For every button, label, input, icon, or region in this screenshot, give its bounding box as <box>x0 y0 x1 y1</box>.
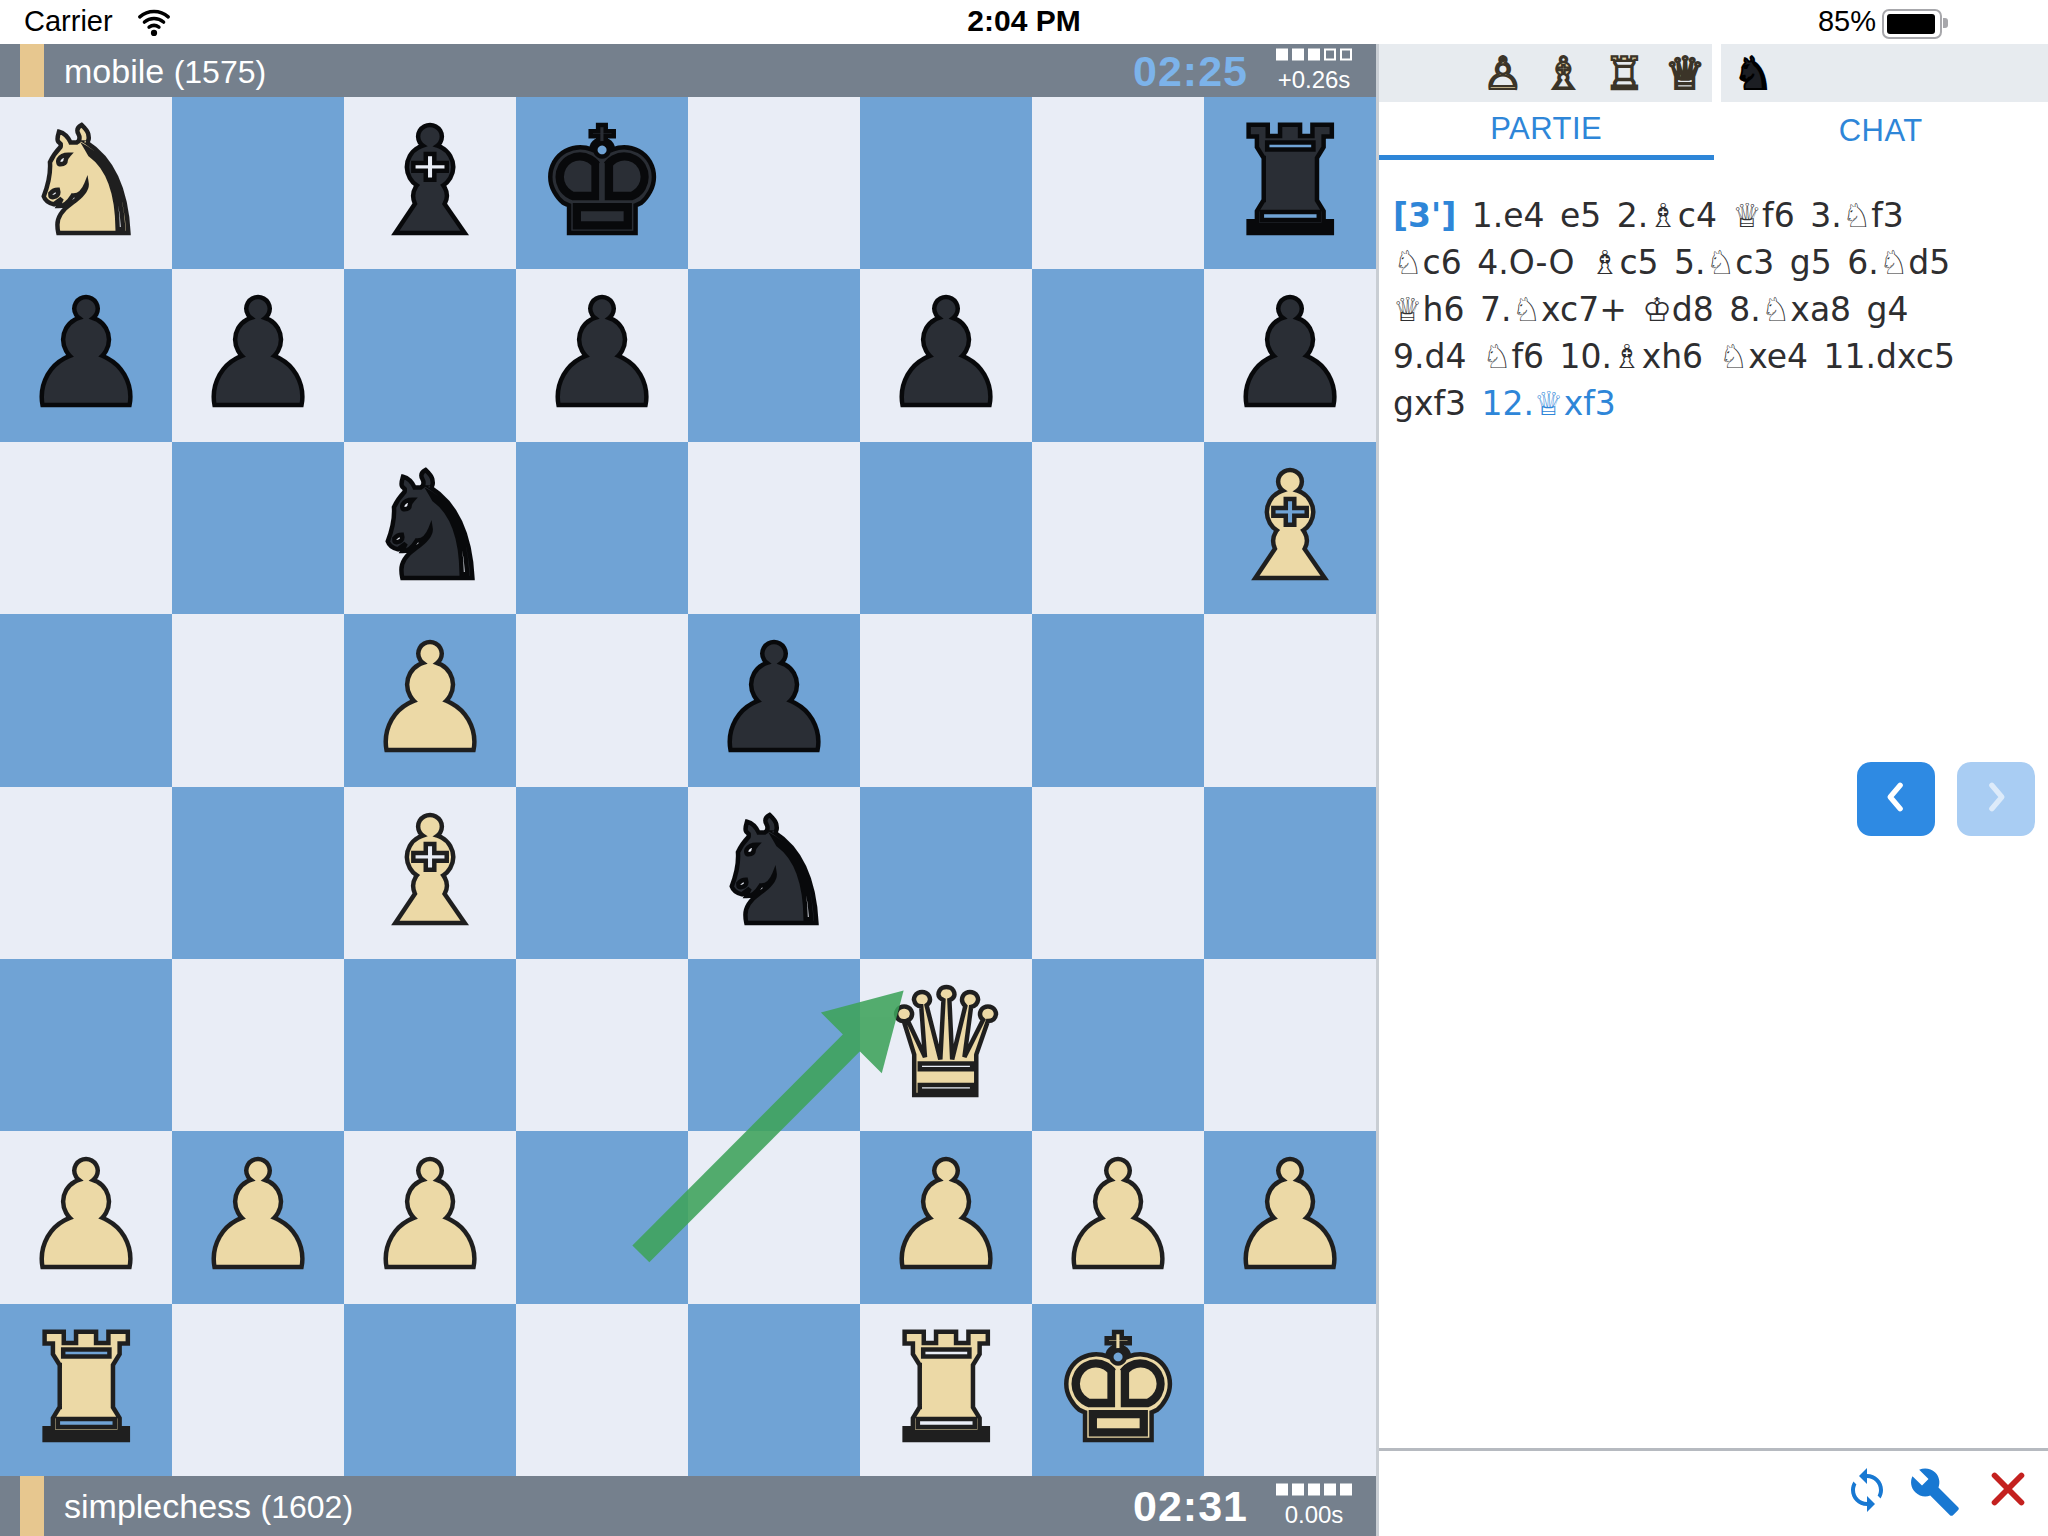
square-b3[interactable] <box>172 959 344 1131</box>
time-dot <box>1308 1484 1320 1496</box>
square-b2[interactable]: ♟ <box>172 1131 344 1303</box>
square-b4[interactable] <box>172 787 344 959</box>
moves-text[interactable]: 1.e4 e5 2.♗c4 ♕f6 3.♘f3 ♘c6 4.O-O ♗c5 5.… <box>1393 196 1955 423</box>
square-a6[interactable] <box>0 442 172 614</box>
square-b1[interactable] <box>172 1304 344 1476</box>
time-dot <box>1324 48 1336 60</box>
square-e6[interactable] <box>688 442 860 614</box>
square-c3[interactable] <box>344 959 516 1131</box>
time-dot <box>1276 1484 1288 1496</box>
top-player-rating: (1575) <box>174 53 267 89</box>
panel-tabs: PARTIE CHAT <box>1379 102 2048 160</box>
top-move-time-dots <box>1276 48 1352 60</box>
top-player-username: mobile <box>64 51 164 89</box>
square-g4[interactable] <box>1032 787 1204 959</box>
panel-separator <box>1379 1448 2048 1451</box>
captured-by-black: ♞ <box>1721 44 2048 102</box>
next-move-button[interactable] <box>1957 762 2035 836</box>
chevron-right-icon <box>1976 777 2016 821</box>
square-e3[interactable] <box>688 959 860 1131</box>
black-king-d8: ♚ <box>516 97 688 269</box>
square-c5[interactable]: ♟ <box>344 614 516 786</box>
white-rook-f1: ♜ <box>860 1304 1032 1476</box>
black-rook-h8: ♜ <box>1204 97 1376 269</box>
status-bar: Carrier 2:04 PM 85% <box>0 0 2048 44</box>
white-pawn-c2: ♟ <box>344 1131 516 1303</box>
close-icon <box>1985 1498 2031 1515</box>
time-control-label: [3'] <box>1393 196 1456 235</box>
wrench-icon <box>1909 1504 1961 1521</box>
captured-pieces-bar: ♙ ♗ ♖ ♕ ♞ <box>1379 44 2048 102</box>
battery-icon <box>1882 9 1942 39</box>
square-g2[interactable]: ♟ <box>1032 1131 1204 1303</box>
square-h3[interactable] <box>1204 959 1376 1131</box>
square-a7[interactable]: ♟ <box>0 269 172 441</box>
current-move[interactable]: 12.♕xf3 <box>1482 384 1616 423</box>
white-pawn-b2: ♟ <box>172 1131 344 1303</box>
top-player-clock: 02:25 <box>1133 46 1248 95</box>
bottom-increment-label: 0.00s <box>1285 1501 1344 1529</box>
square-f2[interactable]: ♟ <box>860 1131 1032 1303</box>
square-g5[interactable] <box>1032 614 1204 786</box>
system-time: 2:04 PM <box>0 4 2048 38</box>
square-a1[interactable]: ♜ <box>0 1304 172 1476</box>
black-pawn-h7: ♟ <box>1204 269 1376 441</box>
square-a8[interactable]: ♞ <box>0 97 172 269</box>
refresh-icon <box>1843 1500 1891 1517</box>
bottom-player-name: simplechess (1602) <box>64 1487 353 1526</box>
time-dot <box>1292 48 1304 60</box>
square-f6[interactable] <box>860 442 1032 614</box>
white-bishop-h6: ♝ <box>1204 442 1376 614</box>
top-player-color-stripe <box>20 44 44 97</box>
square-h7[interactable]: ♟ <box>1204 269 1376 441</box>
square-b5[interactable] <box>172 614 344 786</box>
captured-divider <box>1712 44 1721 102</box>
square-f5[interactable] <box>860 614 1032 786</box>
square-a4[interactable] <box>0 787 172 959</box>
square-h8[interactable]: ♜ <box>1204 97 1376 269</box>
square-d2[interactable] <box>516 1131 688 1303</box>
square-e4[interactable]: ♞ <box>688 787 860 959</box>
square-d5[interactable] <box>516 614 688 786</box>
square-c4[interactable]: ♝ <box>344 787 516 959</box>
square-c6[interactable]: ♞ <box>344 442 516 614</box>
close-game-button[interactable] <box>1985 1466 2031 1516</box>
square-d3[interactable] <box>516 959 688 1131</box>
square-a2[interactable]: ♟ <box>0 1131 172 1303</box>
black-pawn-d7: ♟ <box>516 269 688 441</box>
square-f3[interactable]: ♛ <box>860 959 1032 1131</box>
white-queen-f3: ♛ <box>860 959 1032 1131</box>
top-player-time-info: +0.26s <box>1276 48 1352 93</box>
time-dot <box>1324 1484 1336 1496</box>
white-pawn-c5: ♟ <box>344 614 516 786</box>
black-pawn-b7: ♟ <box>172 269 344 441</box>
square-f4[interactable] <box>860 787 1032 959</box>
square-c2[interactable]: ♟ <box>344 1131 516 1303</box>
tab-partie[interactable]: PARTIE <box>1379 102 1714 160</box>
bottom-player-color-stripe <box>20 1476 44 1536</box>
square-b8[interactable] <box>172 97 344 269</box>
square-a5[interactable] <box>0 614 172 786</box>
square-h4[interactable] <box>1204 787 1376 959</box>
white-king-g1: ♚ <box>1032 1304 1204 1476</box>
captured-by-white: ♙ ♗ ♖ ♕ <box>1379 44 1712 102</box>
square-f7[interactable]: ♟ <box>860 269 1032 441</box>
square-e1[interactable] <box>688 1304 860 1476</box>
black-knight-e4: ♞ <box>688 787 860 959</box>
chess-board[interactable]: ♞♝♚♜♟♟♟♟♟♞♝♟♟♝♞♛♟♟♟♟♟♟♜♜♚ <box>0 97 1376 1476</box>
time-dot <box>1340 1484 1352 1496</box>
top-player-name: mobile (1575) <box>64 51 266 90</box>
black-pawn-a7: ♟ <box>0 269 172 441</box>
square-c8[interactable]: ♝ <box>344 97 516 269</box>
square-d8[interactable]: ♚ <box>516 97 688 269</box>
white-pawn-a2: ♟ <box>0 1131 172 1303</box>
square-d7[interactable]: ♟ <box>516 269 688 441</box>
white-bishop-c4: ♝ <box>344 787 516 959</box>
square-e2[interactable] <box>688 1131 860 1303</box>
bottom-player-time-info: 0.00s <box>1276 1484 1352 1529</box>
square-g7[interactable] <box>1032 269 1204 441</box>
square-b6[interactable] <box>172 442 344 614</box>
black-pawn-f7: ♟ <box>860 269 1032 441</box>
white-knight-a8: ♞ <box>0 97 172 269</box>
top-player-bar: mobile (1575) 02:25 +0.26s <box>0 44 1376 97</box>
move-list[interactable]: [3'] 1.e4 e5 2.♗c4 ♕f6 3.♘f3 ♘c6 4.O-O ♗… <box>1393 192 1973 427</box>
time-dot <box>1308 48 1320 60</box>
square-h5[interactable] <box>1204 614 1376 786</box>
bottom-player-rating: (1602) <box>261 1489 354 1525</box>
square-h1[interactable] <box>1204 1304 1376 1476</box>
square-a3[interactable] <box>0 959 172 1131</box>
white-pawn-f2: ♟ <box>860 1131 1032 1303</box>
white-pawn-h2: ♟ <box>1204 1131 1376 1303</box>
time-dot <box>1276 48 1288 60</box>
white-rook-a1: ♜ <box>0 1304 172 1476</box>
time-dot <box>1292 1484 1304 1496</box>
square-d6[interactable] <box>516 442 688 614</box>
square-e8[interactable] <box>688 97 860 269</box>
side-panel: ♙ ♗ ♖ ♕ ♞ PARTIE CHAT [3'] 1.e4 e5 2.♗c4… <box>1376 44 2048 1536</box>
settings-button[interactable] <box>1909 1466 1961 1522</box>
battery-percent: 85% <box>1818 5 1876 38</box>
flip-refresh-button[interactable] <box>1843 1466 1891 1518</box>
square-g8[interactable] <box>1032 97 1204 269</box>
square-e5[interactable]: ♟ <box>688 614 860 786</box>
black-knight-c6: ♞ <box>344 442 516 614</box>
square-c1[interactable] <box>344 1304 516 1476</box>
top-increment-label: +0.26s <box>1278 65 1351 93</box>
bottom-player-username: simplechess <box>64 1487 251 1525</box>
square-g1[interactable]: ♚ <box>1032 1304 1204 1476</box>
white-pawn-g2: ♟ <box>1032 1131 1204 1303</box>
square-h6[interactable]: ♝ <box>1204 442 1376 614</box>
square-g6[interactable] <box>1032 442 1204 614</box>
black-bishop-c8: ♝ <box>344 97 516 269</box>
previous-move-button[interactable] <box>1857 762 1935 836</box>
square-f8[interactable] <box>860 97 1032 269</box>
square-b7[interactable]: ♟ <box>172 269 344 441</box>
bottom-player-bar: simplechess (1602) 02:31 0.00s <box>0 1476 1376 1536</box>
square-h2[interactable]: ♟ <box>1204 1131 1376 1303</box>
time-dot <box>1340 48 1352 60</box>
bottom-move-time-dots <box>1276 1484 1352 1496</box>
square-d4[interactable] <box>516 787 688 959</box>
square-f1[interactable]: ♜ <box>860 1304 1032 1476</box>
square-d1[interactable] <box>516 1304 688 1476</box>
chevron-left-icon <box>1876 777 1916 821</box>
square-e7[interactable] <box>688 269 860 441</box>
square-g3[interactable] <box>1032 959 1204 1131</box>
square-c7[interactable] <box>344 269 516 441</box>
black-pawn-e5: ♟ <box>688 614 860 786</box>
bottom-player-clock: 02:31 <box>1133 1482 1248 1531</box>
tab-chat[interactable]: CHAT <box>1714 102 2048 160</box>
